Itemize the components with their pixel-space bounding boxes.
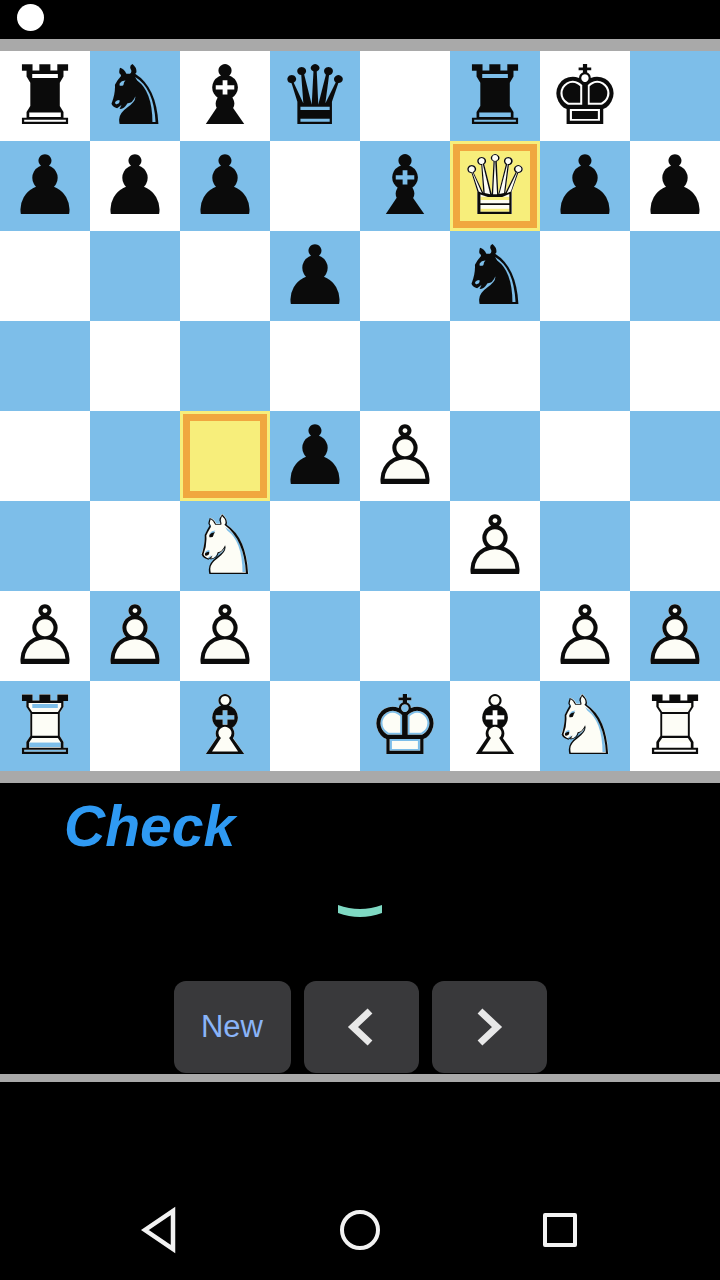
- square-d3[interactable]: [270, 501, 360, 591]
- square-g4[interactable]: [540, 411, 630, 501]
- square-e5[interactable]: [360, 321, 450, 411]
- square-b2[interactable]: ♟♙: [90, 591, 180, 681]
- divider-bottom: [0, 1074, 720, 1082]
- check-status-text: Check: [64, 793, 235, 859]
- square-h2[interactable]: ♟♙: [630, 591, 720, 681]
- square-c4[interactable]: [180, 411, 270, 501]
- black-pawn: ♟: [270, 231, 360, 321]
- black-pawn: ♟: [90, 141, 180, 231]
- square-b4[interactable]: [90, 411, 180, 501]
- android-nav-bar: [0, 1195, 720, 1280]
- square-h5[interactable]: [630, 321, 720, 411]
- home-button[interactable]: [300, 1195, 420, 1265]
- square-f6[interactable]: ♞: [450, 231, 540, 321]
- square-g3[interactable]: [540, 501, 630, 591]
- square-h1[interactable]: ♜♖: [630, 681, 720, 771]
- square-d5[interactable]: [270, 321, 360, 411]
- square-d7[interactable]: [270, 141, 360, 231]
- square-g1[interactable]: ♞♘: [540, 681, 630, 771]
- square-d1[interactable]: [270, 681, 360, 771]
- square-d2[interactable]: [270, 591, 360, 681]
- app-screen: ♜♞♝♛♜♚♟♟♟♝♛♕♟♟♟♞♟♟♙♞♘♟♙♟♙♟♙♟♙♟♙♟♙♜♖♝♗♚♔♝…: [0, 0, 720, 1280]
- square-e2[interactable]: [360, 591, 450, 681]
- chess-board[interactable]: ♜♞♝♛♜♚♟♟♟♝♛♕♟♟♟♞♟♟♙♞♘♟♙♟♙♟♙♟♙♟♙♟♙♜♖♝♗♚♔♝…: [0, 51, 720, 771]
- white-bishop: ♝♗: [180, 681, 270, 771]
- square-f3[interactable]: ♟♙: [450, 501, 540, 591]
- white-knight: ♞♘: [180, 501, 270, 591]
- square-b3[interactable]: [90, 501, 180, 591]
- square-c8[interactable]: ♝: [180, 51, 270, 141]
- square-e1[interactable]: ♚♔: [360, 681, 450, 771]
- square-e3[interactable]: [360, 501, 450, 591]
- white-pawn: ♟♙: [90, 591, 180, 681]
- recents-square-icon: [543, 1213, 577, 1247]
- white-pawn: ♟♙: [180, 591, 270, 681]
- square-f7[interactable]: ♛♕: [450, 141, 540, 231]
- chevron-left-icon: [343, 1006, 379, 1048]
- next-move-button[interactable]: [432, 981, 547, 1073]
- status-bar: [0, 0, 720, 39]
- white-king: ♚♔: [360, 681, 450, 771]
- square-a2[interactable]: ♟♙: [0, 591, 90, 681]
- square-f4[interactable]: [450, 411, 540, 501]
- black-pawn: ♟: [270, 411, 360, 501]
- square-a8[interactable]: ♜: [0, 51, 90, 141]
- square-c1[interactable]: ♝♗: [180, 681, 270, 771]
- square-c7[interactable]: ♟: [180, 141, 270, 231]
- divider-middle: [0, 771, 720, 783]
- square-a1[interactable]: ♜♖: [0, 681, 90, 771]
- recents-button[interactable]: [500, 1195, 620, 1265]
- square-b1[interactable]: [90, 681, 180, 771]
- square-b7[interactable]: ♟: [90, 141, 180, 231]
- black-pawn: ♟: [180, 141, 270, 231]
- square-e7[interactable]: ♝: [360, 141, 450, 231]
- square-h4[interactable]: [630, 411, 720, 501]
- square-c2[interactable]: ♟♙: [180, 591, 270, 681]
- square-c6[interactable]: [180, 231, 270, 321]
- square-a3[interactable]: [0, 501, 90, 591]
- square-g8[interactable]: ♚: [540, 51, 630, 141]
- black-pawn: ♟: [540, 141, 630, 231]
- black-pawn: ♟: [0, 141, 90, 231]
- square-h3[interactable]: [630, 501, 720, 591]
- white-pawn: ♟♙: [450, 501, 540, 591]
- square-f5[interactable]: [450, 321, 540, 411]
- square-a7[interactable]: ♟: [0, 141, 90, 231]
- control-button-row: New: [0, 981, 720, 1073]
- square-c5[interactable]: [180, 321, 270, 411]
- square-b8[interactable]: ♞: [90, 51, 180, 141]
- square-g7[interactable]: ♟: [540, 141, 630, 231]
- home-circle-icon: [340, 1210, 380, 1250]
- black-queen: ♛: [270, 51, 360, 141]
- back-triangle-icon: [140, 1206, 180, 1254]
- square-e4[interactable]: ♟♙: [360, 411, 450, 501]
- black-rook: ♜: [0, 51, 90, 141]
- white-knight: ♞♘: [540, 681, 630, 771]
- black-king: ♚: [540, 51, 630, 141]
- square-f1[interactable]: ♝♗: [450, 681, 540, 771]
- square-h8[interactable]: [630, 51, 720, 141]
- white-pawn: ♟♙: [0, 591, 90, 681]
- white-pawn: ♟♙: [360, 411, 450, 501]
- square-f8[interactable]: ♜: [450, 51, 540, 141]
- square-a6[interactable]: [0, 231, 90, 321]
- square-d4[interactable]: ♟: [270, 411, 360, 501]
- square-g6[interactable]: [540, 231, 630, 321]
- square-e6[interactable]: [360, 231, 450, 321]
- white-pawn: ♟♙: [630, 591, 720, 681]
- black-bishop: ♝: [360, 141, 450, 231]
- square-f2[interactable]: [450, 591, 540, 681]
- new-game-button[interactable]: New: [174, 981, 291, 1073]
- white-pawn: ♟♙: [540, 591, 630, 681]
- square-h6[interactable]: [630, 231, 720, 321]
- black-knight: ♞: [450, 231, 540, 321]
- white-bishop: ♝♗: [450, 681, 540, 771]
- square-h7[interactable]: ♟: [630, 141, 720, 231]
- black-bishop: ♝: [180, 51, 270, 141]
- square-b6[interactable]: [90, 231, 180, 321]
- square-g2[interactable]: ♟♙: [540, 591, 630, 681]
- square-a5[interactable]: [0, 321, 90, 411]
- thinking-indicator-icon: [337, 902, 383, 925]
- square-b5[interactable]: [90, 321, 180, 411]
- white-rook: ♜♖: [630, 681, 720, 771]
- square-c3[interactable]: ♞♘: [180, 501, 270, 591]
- white-rook: ♜♖: [0, 681, 90, 771]
- square-a4[interactable]: [0, 411, 90, 501]
- square-d6[interactable]: ♟: [270, 231, 360, 321]
- back-button[interactable]: [100, 1195, 220, 1265]
- square-g5[interactable]: [540, 321, 630, 411]
- square-e8[interactable]: [360, 51, 450, 141]
- black-knight: ♞: [90, 51, 180, 141]
- square-d8[interactable]: ♛: [270, 51, 360, 141]
- previous-move-button[interactable]: [304, 981, 419, 1073]
- notification-circle-icon: [17, 4, 44, 31]
- white-queen: ♛♕: [450, 141, 540, 231]
- chevron-right-icon: [471, 1006, 507, 1048]
- black-rook: ♜: [450, 51, 540, 141]
- black-pawn: ♟: [630, 141, 720, 231]
